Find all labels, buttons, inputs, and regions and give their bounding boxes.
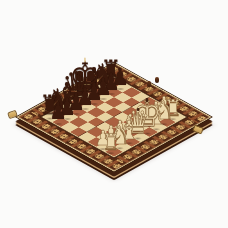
piece-white-rook[interactable]: ♜: [102, 130, 120, 153]
product-photo-stage: ♜♞♝♛♚♝♞♜♟♟♟♟♟♟♟♟♟♟♟♟♟♟♟♟♜♞♝♛♚♝♞♜: [0, 0, 228, 228]
hinge-knob-icon: [155, 77, 159, 83]
piece-black-pawn[interactable]: ♟: [49, 100, 67, 124]
hinge-knob-icon: [147, 81, 151, 87]
